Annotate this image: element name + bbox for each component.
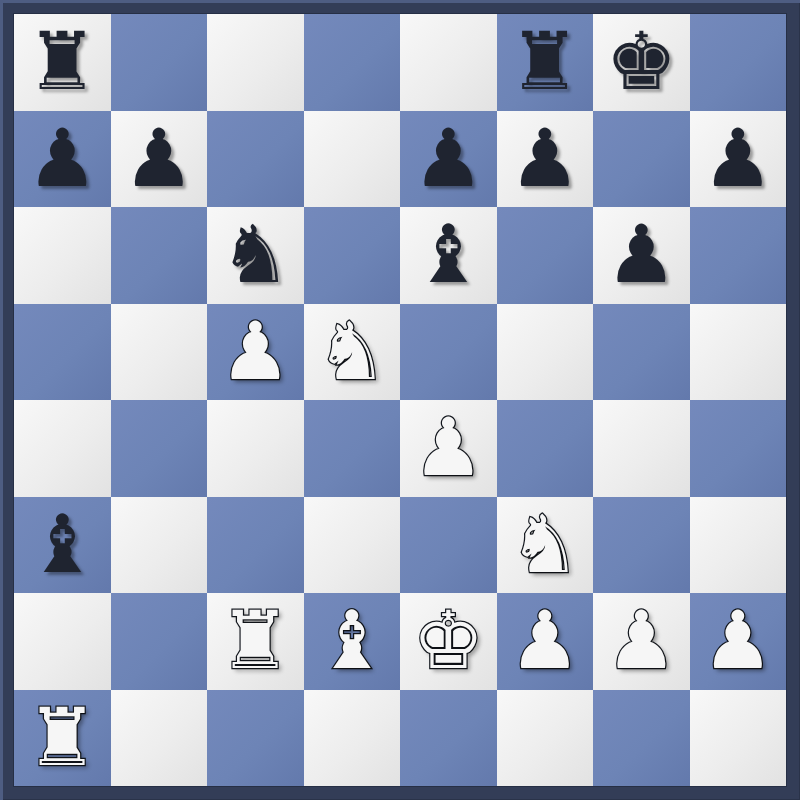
square-a4[interactable]: [14, 400, 111, 497]
square-g7[interactable]: [593, 111, 690, 208]
square-f7[interactable]: ♟: [497, 111, 594, 208]
piece-black-pawn[interactable]: ♟: [123, 111, 195, 207]
square-c7[interactable]: [207, 111, 304, 208]
piece-black-pawn[interactable]: ♟: [412, 111, 484, 207]
square-c6[interactable]: ♞: [207, 207, 304, 304]
square-b7[interactable]: ♟: [111, 111, 208, 208]
chess-board: ♜♜♚♟♟♟♟♟♞♝♟♟♞♟♝♞♜♝♚♟♟♟♜: [14, 14, 786, 786]
piece-white-bishop[interactable]: ♝: [316, 593, 388, 689]
square-b1[interactable]: [111, 690, 208, 787]
square-e8[interactable]: [400, 14, 497, 111]
piece-black-pawn[interactable]: ♟: [605, 207, 677, 303]
piece-black-bishop[interactable]: ♝: [26, 497, 98, 593]
chess-board-frame: ♜♜♚♟♟♟♟♟♞♝♟♟♞♟♝♞♜♝♚♟♟♟♜: [0, 0, 800, 800]
square-e3[interactable]: [400, 497, 497, 594]
square-a1[interactable]: ♜: [14, 690, 111, 787]
square-g6[interactable]: ♟: [593, 207, 690, 304]
square-e4[interactable]: ♟: [400, 400, 497, 497]
square-f3[interactable]: ♞: [497, 497, 594, 594]
square-d5[interactable]: ♞: [304, 304, 401, 401]
square-f6[interactable]: [497, 207, 594, 304]
square-h2[interactable]: ♟: [690, 593, 787, 690]
square-f8[interactable]: ♜: [497, 14, 594, 111]
piece-white-pawn[interactable]: ♟: [412, 400, 484, 496]
piece-black-pawn[interactable]: ♟: [702, 111, 774, 207]
square-b3[interactable]: [111, 497, 208, 594]
square-e5[interactable]: [400, 304, 497, 401]
piece-white-rook[interactable]: ♜: [219, 593, 291, 689]
square-g3[interactable]: [593, 497, 690, 594]
square-g2[interactable]: ♟: [593, 593, 690, 690]
square-c3[interactable]: [207, 497, 304, 594]
square-e1[interactable]: [400, 690, 497, 787]
square-a5[interactable]: [14, 304, 111, 401]
square-h5[interactable]: [690, 304, 787, 401]
square-g8[interactable]: ♚: [593, 14, 690, 111]
square-g5[interactable]: [593, 304, 690, 401]
piece-black-rook[interactable]: ♜: [509, 14, 581, 110]
piece-black-rook[interactable]: ♜: [26, 14, 98, 110]
square-f4[interactable]: [497, 400, 594, 497]
square-c4[interactable]: [207, 400, 304, 497]
square-b6[interactable]: [111, 207, 208, 304]
piece-black-bishop[interactable]: ♝: [412, 207, 484, 303]
square-g4[interactable]: [593, 400, 690, 497]
piece-white-pawn[interactable]: ♟: [702, 593, 774, 689]
square-c8[interactable]: [207, 14, 304, 111]
square-e2[interactable]: ♚: [400, 593, 497, 690]
piece-white-rook[interactable]: ♜: [26, 690, 98, 786]
piece-white-pawn[interactable]: ♟: [509, 593, 581, 689]
square-a8[interactable]: ♜: [14, 14, 111, 111]
square-a7[interactable]: ♟: [14, 111, 111, 208]
square-h7[interactable]: ♟: [690, 111, 787, 208]
square-f1[interactable]: [497, 690, 594, 787]
square-c5[interactable]: ♟: [207, 304, 304, 401]
piece-black-pawn[interactable]: ♟: [509, 111, 581, 207]
square-h4[interactable]: [690, 400, 787, 497]
square-d2[interactable]: ♝: [304, 593, 401, 690]
square-d6[interactable]: [304, 207, 401, 304]
square-b4[interactable]: [111, 400, 208, 497]
square-b5[interactable]: [111, 304, 208, 401]
square-e6[interactable]: ♝: [400, 207, 497, 304]
piece-white-knight[interactable]: ♞: [509, 497, 581, 593]
square-a6[interactable]: [14, 207, 111, 304]
square-h8[interactable]: [690, 14, 787, 111]
piece-white-king[interactable]: ♚: [412, 593, 484, 689]
square-g1[interactable]: [593, 690, 690, 787]
square-c1[interactable]: [207, 690, 304, 787]
piece-black-knight[interactable]: ♞: [219, 207, 291, 303]
square-d8[interactable]: [304, 14, 401, 111]
square-f2[interactable]: ♟: [497, 593, 594, 690]
piece-black-king[interactable]: ♚: [605, 14, 677, 110]
square-e7[interactable]: ♟: [400, 111, 497, 208]
piece-white-pawn[interactable]: ♟: [605, 593, 677, 689]
square-a2[interactable]: [14, 593, 111, 690]
square-a3[interactable]: ♝: [14, 497, 111, 594]
square-d7[interactable]: [304, 111, 401, 208]
piece-white-pawn[interactable]: ♟: [219, 304, 291, 400]
square-d4[interactable]: [304, 400, 401, 497]
square-d1[interactable]: [304, 690, 401, 787]
square-b8[interactable]: [111, 14, 208, 111]
piece-white-knight[interactable]: ♞: [316, 304, 388, 400]
square-h1[interactable]: [690, 690, 787, 787]
square-f5[interactable]: [497, 304, 594, 401]
square-c2[interactable]: ♜: [207, 593, 304, 690]
piece-black-pawn[interactable]: ♟: [26, 111, 98, 207]
square-h3[interactable]: [690, 497, 787, 594]
square-h6[interactable]: [690, 207, 787, 304]
square-b2[interactable]: [111, 593, 208, 690]
square-d3[interactable]: [304, 497, 401, 594]
